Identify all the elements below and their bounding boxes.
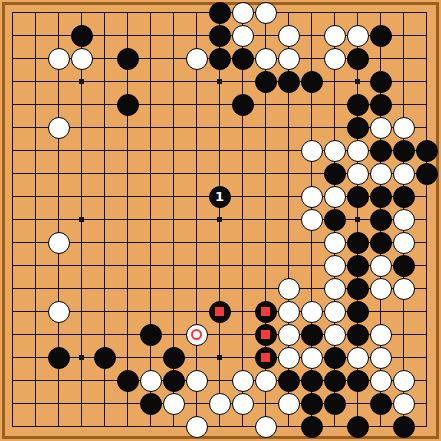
- intersection[interactable]: [300, 116, 323, 139]
- intersection[interactable]: [254, 369, 277, 392]
- intersection[interactable]: [47, 1, 70, 24]
- intersection[interactable]: [185, 116, 208, 139]
- intersection[interactable]: [415, 47, 438, 70]
- intersection[interactable]: [139, 47, 162, 70]
- intersection[interactable]: [323, 415, 346, 438]
- intersection[interactable]: [231, 70, 254, 93]
- intersection[interactable]: [346, 300, 369, 323]
- intersection[interactable]: [300, 231, 323, 254]
- intersection[interactable]: [70, 116, 93, 139]
- black-stone[interactable]: [347, 48, 369, 70]
- black-stone[interactable]: [209, 2, 231, 24]
- white-stone[interactable]: [370, 255, 392, 277]
- intersection[interactable]: [369, 116, 392, 139]
- intersection[interactable]: [185, 369, 208, 392]
- intersection[interactable]: [254, 346, 277, 369]
- intersection[interactable]: [139, 1, 162, 24]
- intersection[interactable]: [208, 300, 231, 323]
- intersection[interactable]: [392, 392, 415, 415]
- intersection[interactable]: [323, 139, 346, 162]
- intersection[interactable]: [70, 277, 93, 300]
- intersection[interactable]: [162, 116, 185, 139]
- black-stone[interactable]: [301, 416, 323, 438]
- intersection[interactable]: [93, 323, 116, 346]
- intersection[interactable]: [116, 277, 139, 300]
- intersection[interactable]: [323, 24, 346, 47]
- intersection[interactable]: [1, 116, 24, 139]
- intersection[interactable]: [1, 346, 24, 369]
- intersection[interactable]: [208, 415, 231, 438]
- white-stone[interactable]: [324, 278, 346, 300]
- intersection[interactable]: [231, 277, 254, 300]
- intersection[interactable]: [139, 277, 162, 300]
- intersection[interactable]: [369, 93, 392, 116]
- intersection[interactable]: [185, 346, 208, 369]
- intersection[interactable]: [70, 392, 93, 415]
- intersection[interactable]: [116, 47, 139, 70]
- intersection[interactable]: [323, 162, 346, 185]
- white-stone[interactable]: [71, 48, 93, 70]
- black-stone[interactable]: [370, 393, 392, 415]
- intersection[interactable]: [162, 346, 185, 369]
- intersection[interactable]: [93, 93, 116, 116]
- intersection[interactable]: [346, 24, 369, 47]
- intersection[interactable]: [93, 47, 116, 70]
- intersection[interactable]: [300, 392, 323, 415]
- intersection[interactable]: [300, 323, 323, 346]
- intersection[interactable]: [93, 277, 116, 300]
- intersection[interactable]: [162, 392, 185, 415]
- intersection[interactable]: [254, 47, 277, 70]
- intersection[interactable]: [231, 300, 254, 323]
- intersection[interactable]: [162, 231, 185, 254]
- intersection[interactable]: [93, 1, 116, 24]
- intersection[interactable]: [346, 162, 369, 185]
- intersection[interactable]: [369, 369, 392, 392]
- intersection[interactable]: [24, 300, 47, 323]
- intersection[interactable]: [300, 277, 323, 300]
- intersection[interactable]: [300, 93, 323, 116]
- intersection[interactable]: [47, 415, 70, 438]
- intersection[interactable]: [70, 47, 93, 70]
- intersection[interactable]: [162, 24, 185, 47]
- intersection[interactable]: [231, 346, 254, 369]
- white-stone[interactable]: [324, 186, 346, 208]
- intersection[interactable]: [254, 24, 277, 47]
- intersection[interactable]: [1, 208, 24, 231]
- intersection[interactable]: [300, 208, 323, 231]
- intersection[interactable]: [139, 415, 162, 438]
- intersection[interactable]: [415, 185, 438, 208]
- intersection[interactable]: [185, 300, 208, 323]
- intersection[interactable]: [231, 231, 254, 254]
- intersection[interactable]: [231, 323, 254, 346]
- intersection[interactable]: [47, 139, 70, 162]
- intersection[interactable]: [346, 1, 369, 24]
- intersection[interactable]: [392, 323, 415, 346]
- intersection[interactable]: [116, 392, 139, 415]
- black-stone[interactable]: [393, 186, 415, 208]
- intersection[interactable]: [208, 346, 231, 369]
- intersection[interactable]: [47, 116, 70, 139]
- black-stone[interactable]: [370, 140, 392, 162]
- black-stone-red-square-marked[interactable]: [255, 347, 277, 369]
- intersection[interactable]: [208, 1, 231, 24]
- white-stone[interactable]: [393, 232, 415, 254]
- intersection[interactable]: [277, 323, 300, 346]
- intersection[interactable]: [346, 369, 369, 392]
- intersection[interactable]: [162, 300, 185, 323]
- intersection[interactable]: [139, 254, 162, 277]
- white-stone[interactable]: [370, 324, 392, 346]
- intersection[interactable]: [70, 254, 93, 277]
- intersection[interactable]: [323, 300, 346, 323]
- black-stone[interactable]: [117, 94, 139, 116]
- intersection[interactable]: [300, 300, 323, 323]
- intersection[interactable]: [323, 70, 346, 93]
- intersection[interactable]: [323, 346, 346, 369]
- intersection[interactable]: [162, 254, 185, 277]
- black-stone[interactable]: [324, 393, 346, 415]
- intersection[interactable]: [254, 231, 277, 254]
- white-stone[interactable]: [278, 347, 300, 369]
- white-stone[interactable]: [324, 140, 346, 162]
- black-stone[interactable]: [347, 255, 369, 277]
- black-stone[interactable]: [347, 186, 369, 208]
- intersection[interactable]: [369, 47, 392, 70]
- white-stone[interactable]: [48, 232, 70, 254]
- white-stone[interactable]: [393, 393, 415, 415]
- white-stone[interactable]: [140, 370, 162, 392]
- intersection[interactable]: [162, 139, 185, 162]
- intersection[interactable]: [231, 185, 254, 208]
- black-stone[interactable]: [163, 370, 185, 392]
- black-stone[interactable]: [48, 347, 70, 369]
- black-stone[interactable]: [347, 94, 369, 116]
- white-stone[interactable]: [278, 25, 300, 47]
- intersection[interactable]: [254, 254, 277, 277]
- intersection[interactable]: [277, 415, 300, 438]
- black-stone[interactable]: [301, 71, 323, 93]
- intersection[interactable]: [116, 139, 139, 162]
- intersection[interactable]: [70, 346, 93, 369]
- intersection[interactable]: [300, 415, 323, 438]
- go-board[interactable]: 1: [0, 0, 441, 441]
- intersection[interactable]: [24, 1, 47, 24]
- intersection[interactable]: [254, 208, 277, 231]
- black-stone[interactable]: [301, 393, 323, 415]
- intersection[interactable]: [185, 162, 208, 185]
- white-stone[interactable]: [278, 393, 300, 415]
- white-stone[interactable]: [393, 209, 415, 231]
- white-stone[interactable]: [48, 48, 70, 70]
- intersection[interactable]: [116, 93, 139, 116]
- intersection[interactable]: [139, 369, 162, 392]
- intersection[interactable]: [369, 208, 392, 231]
- intersection[interactable]: [185, 392, 208, 415]
- black-stone[interactable]: [278, 370, 300, 392]
- white-stone[interactable]: [347, 347, 369, 369]
- intersection[interactable]: [323, 47, 346, 70]
- intersection[interactable]: [231, 116, 254, 139]
- intersection[interactable]: [254, 93, 277, 116]
- intersection[interactable]: [300, 254, 323, 277]
- black-stone[interactable]: [393, 416, 415, 438]
- intersection[interactable]: [139, 116, 162, 139]
- intersection[interactable]: [116, 415, 139, 438]
- intersection[interactable]: [415, 24, 438, 47]
- intersection[interactable]: [116, 208, 139, 231]
- black-stone[interactable]: [71, 25, 93, 47]
- intersection[interactable]: [300, 24, 323, 47]
- intersection[interactable]: [323, 93, 346, 116]
- intersection[interactable]: [93, 369, 116, 392]
- intersection[interactable]: [300, 162, 323, 185]
- intersection[interactable]: [24, 231, 47, 254]
- intersection[interactable]: [415, 162, 438, 185]
- intersection[interactable]: [24, 346, 47, 369]
- intersection[interactable]: [208, 208, 231, 231]
- intersection[interactable]: [300, 47, 323, 70]
- intersection[interactable]: [47, 254, 70, 277]
- intersection[interactable]: [1, 162, 24, 185]
- intersection[interactable]: [415, 415, 438, 438]
- intersection[interactable]: [116, 24, 139, 47]
- intersection[interactable]: [277, 369, 300, 392]
- intersection[interactable]: [1, 254, 24, 277]
- intersection[interactable]: [369, 139, 392, 162]
- black-stone-red-square-marked[interactable]: [255, 324, 277, 346]
- intersection[interactable]: [392, 139, 415, 162]
- intersection[interactable]: [415, 346, 438, 369]
- black-stone-red-square-marked[interactable]: [255, 301, 277, 323]
- white-stone[interactable]: [393, 163, 415, 185]
- intersection[interactable]: [139, 323, 162, 346]
- intersection[interactable]: [369, 185, 392, 208]
- white-stone[interactable]: [186, 416, 208, 438]
- intersection[interactable]: [185, 277, 208, 300]
- black-stone[interactable]: [324, 163, 346, 185]
- intersection[interactable]: [277, 1, 300, 24]
- black-stone[interactable]: [393, 255, 415, 277]
- intersection[interactable]: [70, 162, 93, 185]
- intersection[interactable]: [93, 415, 116, 438]
- intersection[interactable]: [300, 369, 323, 392]
- intersection[interactable]: [392, 277, 415, 300]
- intersection[interactable]: [208, 231, 231, 254]
- intersection[interactable]: [392, 116, 415, 139]
- black-stone[interactable]: [301, 370, 323, 392]
- intersection[interactable]: [1, 1, 24, 24]
- intersection[interactable]: [415, 70, 438, 93]
- intersection[interactable]: [369, 415, 392, 438]
- intersection[interactable]: [70, 185, 93, 208]
- intersection[interactable]: [392, 346, 415, 369]
- intersection[interactable]: [116, 254, 139, 277]
- intersection[interactable]: [346, 323, 369, 346]
- intersection[interactable]: [185, 1, 208, 24]
- intersection[interactable]: [346, 392, 369, 415]
- white-stone[interactable]: [324, 232, 346, 254]
- white-stone[interactable]: [324, 324, 346, 346]
- intersection[interactable]: [116, 70, 139, 93]
- intersection[interactable]: [415, 300, 438, 323]
- black-stone[interactable]: [370, 232, 392, 254]
- intersection[interactable]: [231, 162, 254, 185]
- intersection[interactable]: [277, 208, 300, 231]
- intersection[interactable]: [47, 300, 70, 323]
- white-stone[interactable]: [232, 370, 254, 392]
- intersection[interactable]: [254, 300, 277, 323]
- intersection[interactable]: [47, 185, 70, 208]
- white-stone[interactable]: [324, 25, 346, 47]
- intersection[interactable]: [139, 208, 162, 231]
- intersection[interactable]: [185, 323, 208, 346]
- intersection[interactable]: [162, 47, 185, 70]
- white-stone[interactable]: [370, 117, 392, 139]
- intersection[interactable]: [24, 185, 47, 208]
- intersection[interactable]: [1, 231, 24, 254]
- intersection[interactable]: [277, 139, 300, 162]
- intersection[interactable]: [47, 323, 70, 346]
- intersection[interactable]: [1, 323, 24, 346]
- intersection[interactable]: [369, 254, 392, 277]
- intersection[interactable]: [70, 1, 93, 24]
- intersection[interactable]: [24, 24, 47, 47]
- intersection[interactable]: [323, 231, 346, 254]
- intersection[interactable]: [70, 323, 93, 346]
- white-stone[interactable]: [324, 48, 346, 70]
- intersection[interactable]: [346, 231, 369, 254]
- intersection[interactable]: [323, 116, 346, 139]
- intersection[interactable]: [24, 392, 47, 415]
- intersection[interactable]: [392, 300, 415, 323]
- intersection[interactable]: [392, 1, 415, 24]
- intersection[interactable]: [369, 346, 392, 369]
- intersection[interactable]: [24, 162, 47, 185]
- intersection[interactable]: [392, 162, 415, 185]
- intersection[interactable]: [1, 70, 24, 93]
- intersection[interactable]: [1, 415, 24, 438]
- white-stone[interactable]: [278, 324, 300, 346]
- black-stone[interactable]: [347, 301, 369, 323]
- intersection[interactable]: [24, 47, 47, 70]
- intersection[interactable]: [277, 254, 300, 277]
- black-stone[interactable]: [94, 347, 116, 369]
- intersection[interactable]: [116, 323, 139, 346]
- white-stone[interactable]: [324, 301, 346, 323]
- intersection[interactable]: [369, 392, 392, 415]
- intersection[interactable]: [47, 277, 70, 300]
- intersection[interactable]: [392, 231, 415, 254]
- intersection[interactable]: [93, 24, 116, 47]
- intersection[interactable]: [208, 369, 231, 392]
- intersection[interactable]: [277, 24, 300, 47]
- white-stone[interactable]: [393, 278, 415, 300]
- intersection[interactable]: [231, 208, 254, 231]
- intersection[interactable]: [47, 47, 70, 70]
- black-stone[interactable]: [370, 94, 392, 116]
- intersection[interactable]: [116, 162, 139, 185]
- intersection[interactable]: [1, 277, 24, 300]
- white-stone[interactable]: [48, 117, 70, 139]
- intersection[interactable]: [346, 346, 369, 369]
- intersection[interactable]: [116, 185, 139, 208]
- intersection[interactable]: [139, 392, 162, 415]
- black-stone[interactable]: [232, 48, 254, 70]
- intersection[interactable]: [254, 392, 277, 415]
- black-stone[interactable]: [347, 370, 369, 392]
- intersection[interactable]: [415, 231, 438, 254]
- black-stone[interactable]: [117, 48, 139, 70]
- intersection[interactable]: [139, 185, 162, 208]
- intersection[interactable]: [392, 70, 415, 93]
- intersection[interactable]: [139, 70, 162, 93]
- intersection[interactable]: [208, 47, 231, 70]
- intersection[interactable]: [369, 300, 392, 323]
- black-stone-red-square-marked[interactable]: [209, 301, 231, 323]
- intersection[interactable]: [185, 93, 208, 116]
- intersection[interactable]: [162, 70, 185, 93]
- intersection[interactable]: [415, 139, 438, 162]
- intersection[interactable]: [277, 277, 300, 300]
- intersection[interactable]: [323, 277, 346, 300]
- white-stone[interactable]: [232, 2, 254, 24]
- intersection[interactable]: [346, 70, 369, 93]
- intersection[interactable]: [392, 24, 415, 47]
- intersection[interactable]: [208, 24, 231, 47]
- white-stone[interactable]: [48, 301, 70, 323]
- intersection[interactable]: [1, 139, 24, 162]
- intersection[interactable]: [369, 162, 392, 185]
- intersection[interactable]: [185, 415, 208, 438]
- intersection[interactable]: [277, 116, 300, 139]
- intersection[interactable]: [47, 24, 70, 47]
- intersection[interactable]: [277, 392, 300, 415]
- intersection[interactable]: [392, 93, 415, 116]
- black-stone[interactable]: [347, 416, 369, 438]
- intersection[interactable]: [139, 231, 162, 254]
- intersection[interactable]: [162, 93, 185, 116]
- intersection[interactable]: [254, 139, 277, 162]
- intersection[interactable]: [323, 392, 346, 415]
- intersection[interactable]: [392, 47, 415, 70]
- white-stone[interactable]: [255, 48, 277, 70]
- intersection[interactable]: [162, 185, 185, 208]
- intersection[interactable]: 1: [208, 185, 231, 208]
- intersection[interactable]: [231, 369, 254, 392]
- intersection[interactable]: [70, 231, 93, 254]
- intersection[interactable]: [139, 162, 162, 185]
- intersection[interactable]: [277, 162, 300, 185]
- white-stone[interactable]: [301, 140, 323, 162]
- intersection[interactable]: [277, 231, 300, 254]
- intersection[interactable]: [323, 208, 346, 231]
- intersection[interactable]: [24, 415, 47, 438]
- black-stone[interactable]: [370, 186, 392, 208]
- intersection[interactable]: [1, 24, 24, 47]
- intersection[interactable]: [415, 116, 438, 139]
- intersection[interactable]: [116, 346, 139, 369]
- intersection[interactable]: [47, 208, 70, 231]
- intersection[interactable]: [346, 139, 369, 162]
- intersection[interactable]: [415, 323, 438, 346]
- black-stone[interactable]: [140, 393, 162, 415]
- black-stone[interactable]: [140, 324, 162, 346]
- intersection[interactable]: [346, 93, 369, 116]
- intersection[interactable]: [47, 93, 70, 116]
- white-stone[interactable]: [370, 370, 392, 392]
